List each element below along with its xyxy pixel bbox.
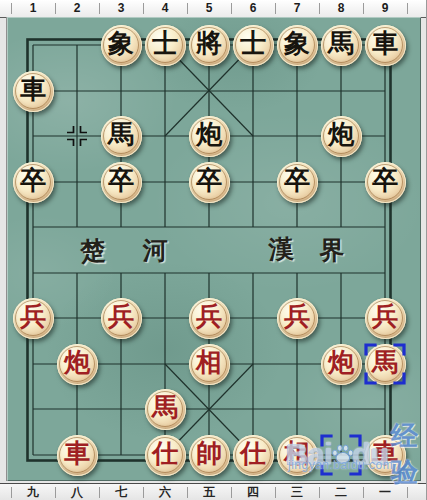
last-move-to-marker xyxy=(366,345,404,383)
watermark-brand-cn: 经验 xyxy=(391,418,427,490)
watermark-url: jingyan.baidu.com xyxy=(288,458,393,472)
xiangqi-app-window: 123456789 楚河漢界 象士將士象馬車車馬炮炮卒卒卒卒卒兵兵兵兵兵炮相炮馬… xyxy=(0,0,427,500)
watermark-logo: Bai du 经验 xyxy=(286,418,427,490)
